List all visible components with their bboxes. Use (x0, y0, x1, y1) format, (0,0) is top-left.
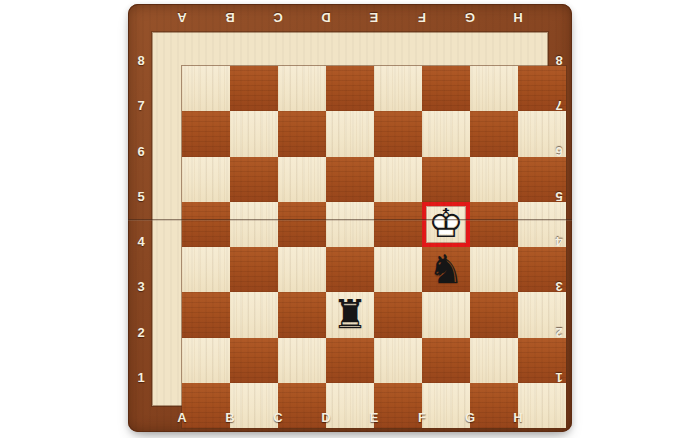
file-labels-bottom: ABCDEFGH (158, 406, 542, 428)
file-label-bottom-g: G (446, 406, 494, 428)
rank-label-right-7: 7 (547, 83, 571, 128)
square-d7[interactable] (326, 111, 374, 156)
square-c2[interactable] (278, 338, 326, 383)
file-label-top-c: C (254, 7, 302, 29)
square-f3[interactable] (422, 292, 470, 337)
file-label-top-h: H (494, 7, 542, 29)
rank-labels-right: 87654321 (547, 38, 571, 400)
file-label-bottom-h: H (494, 406, 542, 428)
square-d4[interactable] (326, 247, 374, 292)
file-label-bottom-e: E (350, 406, 398, 428)
square-a5[interactable] (182, 202, 230, 247)
square-e8[interactable] (374, 66, 422, 111)
square-d5[interactable] (326, 202, 374, 247)
square-a7[interactable] (182, 111, 230, 156)
rank-label-left-2: 2 (129, 310, 153, 355)
square-a2[interactable] (182, 338, 230, 383)
chess-board: ABCDEFGH ABCDEFGH 87654321 87654321 ♚♔♞♜ (128, 4, 572, 432)
square-e2[interactable] (374, 338, 422, 383)
square-f6[interactable] (422, 157, 470, 202)
file-label-top-f: F (398, 7, 446, 29)
square-f7[interactable] (422, 111, 470, 156)
square-g8[interactable] (470, 66, 518, 111)
page: ABCDEFGH ABCDEFGH 87654321 87654321 ♚♔♞♜ (0, 0, 700, 438)
square-c7[interactable] (278, 111, 326, 156)
file-label-top-a: A (158, 7, 206, 29)
file-label-bottom-f: F (398, 406, 446, 428)
squares-grid: ♚♔♞♜ (182, 66, 566, 428)
rank-label-right-4: 4 (547, 219, 571, 264)
rank-label-left-6: 6 (129, 129, 153, 174)
square-e5[interactable] (374, 202, 422, 247)
square-c4[interactable] (278, 247, 326, 292)
square-g6[interactable] (470, 157, 518, 202)
file-label-top-e: E (350, 7, 398, 29)
file-label-top-b: B (206, 7, 254, 29)
square-c6[interactable] (278, 157, 326, 202)
king-glyph: ♔ (428, 204, 464, 244)
rank-label-right-3: 3 (547, 264, 571, 309)
file-label-bottom-b: B (206, 406, 254, 428)
square-f4[interactable]: ♞ (422, 247, 470, 292)
file-label-bottom-d: D (302, 406, 350, 428)
square-d3[interactable]: ♜ (326, 292, 374, 337)
square-b2[interactable] (230, 338, 278, 383)
file-label-bottom-c: C (254, 406, 302, 428)
rank-label-left-1: 1 (129, 355, 153, 400)
rook-glyph: ♜ (332, 294, 368, 334)
rank-label-left-3: 3 (129, 264, 153, 309)
square-b3[interactable] (230, 292, 278, 337)
file-label-top-g: G (446, 7, 494, 29)
rank-label-right-8: 8 (547, 38, 571, 83)
square-e3[interactable] (374, 292, 422, 337)
rank-label-left-7: 7 (129, 83, 153, 128)
white-king[interactable]: ♚♔ (422, 202, 470, 247)
rank-label-right-1: 1 (547, 355, 571, 400)
square-g3[interactable] (470, 292, 518, 337)
black-knight[interactable]: ♞ (422, 247, 470, 292)
square-b8[interactable] (230, 66, 278, 111)
square-f2[interactable] (422, 338, 470, 383)
file-labels-top: ABCDEFGH (158, 7, 542, 29)
square-b4[interactable] (230, 247, 278, 292)
square-b6[interactable] (230, 157, 278, 202)
square-e4[interactable] (374, 247, 422, 292)
rank-label-right-2: 2 (547, 310, 571, 355)
square-d8[interactable] (326, 66, 374, 111)
playfield-margin: ♚♔♞♜ (152, 32, 548, 406)
file-label-top-d: D (302, 7, 350, 29)
rank-label-left-8: 8 (129, 38, 153, 83)
square-d6[interactable] (326, 157, 374, 202)
square-a4[interactable] (182, 247, 230, 292)
file-label-bottom-a: A (158, 406, 206, 428)
rank-labels-left: 87654321 (129, 38, 153, 400)
square-c8[interactable] (278, 66, 326, 111)
square-c3[interactable] (278, 292, 326, 337)
rank-label-left-4: 4 (129, 219, 153, 264)
rank-label-right-5: 5 (547, 174, 571, 219)
square-b5[interactable] (230, 202, 278, 247)
square-f5[interactable]: ♚♔ (422, 202, 470, 247)
square-g4[interactable] (470, 247, 518, 292)
square-g7[interactable] (470, 111, 518, 156)
square-g5[interactable] (470, 202, 518, 247)
rank-label-left-5: 5 (129, 174, 153, 219)
knight-glyph: ♞ (428, 249, 464, 289)
square-g2[interactable] (470, 338, 518, 383)
rank-label-right-6: 6 (547, 129, 571, 174)
square-c5[interactable] (278, 202, 326, 247)
black-rook[interactable]: ♜ (326, 292, 374, 337)
square-f8[interactable] (422, 66, 470, 111)
square-e6[interactable] (374, 157, 422, 202)
square-e7[interactable] (374, 111, 422, 156)
square-a8[interactable] (182, 66, 230, 111)
square-d2[interactable] (326, 338, 374, 383)
square-a3[interactable] (182, 292, 230, 337)
square-a6[interactable] (182, 157, 230, 202)
square-b7[interactable] (230, 111, 278, 156)
